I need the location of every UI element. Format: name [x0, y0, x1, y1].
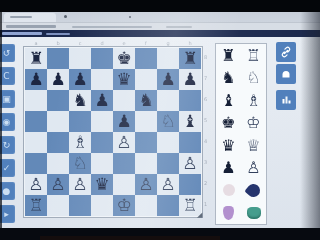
square-c2[interactable]: ♙	[69, 174, 91, 195]
link-button[interactable]	[276, 42, 296, 62]
square-a5[interactable]	[25, 111, 47, 132]
rank-label: 8	[204, 47, 207, 68]
square-g6[interactable]	[157, 90, 179, 111]
square-c6[interactable]: ♞	[69, 90, 91, 111]
screen-photo: ↺C▣◉↻✓●▸ abcdefgh 87654321 ♜♚♜♟♟♟♛♟♟♞♟♞♟…	[0, 0, 320, 240]
square-c7[interactable]: ♟	[69, 69, 91, 90]
palette-black-pawn[interactable]: ♟	[216, 157, 241, 180]
square-f5[interactable]	[135, 111, 157, 132]
square-d3[interactable]	[91, 153, 113, 174]
url-text-blur	[166, 26, 192, 28]
piece-black-bishop[interactable]: ♝	[182, 111, 197, 132]
square-e2[interactable]	[113, 174, 135, 195]
square-f6[interactable]: ♞	[135, 90, 157, 111]
square-g5[interactable]: ♘	[157, 111, 179, 132]
square-a3[interactable]	[25, 153, 47, 174]
square-c5[interactable]	[69, 111, 91, 132]
white-rook-icon: ♖	[246, 46, 260, 65]
white-bishop-icon: ♗	[246, 91, 260, 110]
square-h2[interactable]	[179, 174, 201, 195]
dot-button[interactable]: ●	[0, 182, 15, 200]
square-d5[interactable]	[91, 111, 113, 132]
black-pawn-icon: ♟	[221, 158, 235, 177]
dome-icon	[280, 65, 292, 84]
piece-black-rook[interactable]: ♜	[182, 48, 197, 69]
white-knight-icon: ♘	[246, 68, 260, 87]
stats-button[interactable]	[276, 90, 296, 110]
square-e6[interactable]	[113, 90, 135, 111]
square-a6[interactable]	[25, 90, 47, 111]
piece-black-queen[interactable]: ♛	[94, 174, 109, 195]
square-b2[interactable]: ♙	[47, 174, 69, 195]
square-b5[interactable]	[47, 111, 69, 132]
palette-tool-navy-droplet-blob[interactable]	[241, 179, 266, 202]
palette-black-rook[interactable]: ♜	[216, 44, 241, 67]
rank-label: 2	[204, 173, 207, 194]
square-a1[interactable]: ♖	[25, 195, 47, 216]
link-icon	[280, 43, 292, 62]
palette-white-bishop[interactable]: ♗	[241, 89, 266, 112]
piece-black-queen[interactable]: ♛	[116, 69, 131, 90]
square-b6[interactable]	[47, 90, 69, 111]
square-b4[interactable]	[47, 132, 69, 153]
tab-favicon-dot	[64, 15, 67, 18]
square-f7[interactable]	[135, 69, 157, 90]
piece-white-pawn[interactable]: ♙	[182, 153, 197, 174]
panel-button[interactable]: ▣	[0, 90, 15, 108]
board-rank-labels: 87654321	[204, 47, 207, 215]
square-g2[interactable]: ♙	[157, 174, 179, 195]
square-c8[interactable]	[69, 48, 91, 69]
black-rook-icon: ♜	[221, 46, 235, 65]
tab-title-blur	[10, 16, 32, 18]
piece-white-rook[interactable]: ♖	[182, 195, 197, 216]
square-e7[interactable]: ♛	[113, 69, 135, 90]
piece-white-pawn[interactable]: ♙	[72, 174, 87, 195]
palette-white-king[interactable]: ♔	[241, 112, 266, 135]
square-e4[interactable]: ♙	[113, 132, 135, 153]
piece-black-pawn[interactable]: ♟	[50, 69, 65, 90]
rank-label: 3	[204, 152, 207, 173]
square-d8[interactable]	[91, 48, 113, 69]
bezel-reflection	[40, 236, 220, 240]
square-f3[interactable]	[135, 153, 157, 174]
palette-white-queen[interactable]: ♕	[241, 134, 266, 157]
site-header-text-blur	[46, 33, 70, 35]
piece-black-knight[interactable]: ♞	[138, 90, 153, 111]
square-d4[interactable]	[91, 132, 113, 153]
check-button[interactable]: ✓	[0, 159, 15, 177]
piece-white-knight[interactable]: ♘	[160, 111, 175, 132]
black-bishop-icon: ♝	[221, 91, 235, 110]
piece-white-knight[interactable]: ♘	[72, 153, 87, 174]
piece-black-pawn[interactable]: ♟	[182, 69, 197, 90]
square-h6[interactable]	[179, 90, 201, 111]
square-d7[interactable]	[91, 69, 113, 90]
piece-white-pawn[interactable]: ♙	[160, 174, 175, 195]
rank-label: 4	[204, 131, 207, 152]
square-c3[interactable]: ♘	[69, 153, 91, 174]
square-f1[interactable]	[135, 195, 157, 216]
piece-black-pawn[interactable]: ♟	[28, 69, 43, 90]
dome-button[interactable]	[276, 64, 296, 84]
square-b7[interactable]: ♟	[47, 69, 69, 90]
piece-white-rook[interactable]: ♖	[28, 195, 43, 216]
tab-close-dot	[129, 16, 131, 18]
faint-pink-blob-icon	[223, 184, 235, 196]
piece-black-rook[interactable]: ♜	[28, 48, 43, 69]
more-button[interactable]: ▸	[0, 205, 15, 223]
palette-black-queen[interactable]: ♛	[216, 134, 241, 157]
square-c1[interactable]	[69, 195, 91, 216]
rank-label: 1	[204, 194, 207, 215]
url-text-blur	[6, 25, 56, 28]
square-h7[interactable]: ♟	[179, 69, 201, 90]
palette-black-knight[interactable]: ♞	[216, 67, 241, 90]
square-b8[interactable]	[47, 48, 69, 69]
piece-white-pawn[interactable]: ♙	[138, 174, 153, 195]
palette-tool-teal-gem-blob[interactable]	[241, 202, 266, 225]
square-a8[interactable]: ♜	[25, 48, 47, 69]
piece-white-king[interactable]: ♔	[116, 195, 131, 216]
square-e3[interactable]	[113, 153, 135, 174]
stats-icon	[280, 91, 292, 110]
square-e5[interactable]: ♟	[113, 111, 135, 132]
laptop-bezel-top	[0, 0, 320, 12]
palette-black-bishop[interactable]: ♝	[216, 89, 241, 112]
square-g1[interactable]	[157, 195, 179, 216]
palette-white-pawn[interactable]: ♙	[241, 157, 266, 180]
navy-droplet-blob-icon	[244, 181, 262, 199]
c-button[interactable]: C	[0, 67, 15, 85]
piece-black-king[interactable]: ♚	[116, 48, 131, 69]
square-b1[interactable]	[47, 195, 69, 216]
dark-circle-button[interactable]: ◉	[0, 113, 15, 131]
left-toolbar: ↺C▣◉↻✓●▸	[0, 44, 15, 223]
square-d2[interactable]: ♛	[91, 174, 113, 195]
square-e1[interactable]: ♔	[113, 195, 135, 216]
rank-label: 5	[204, 110, 207, 131]
piece-black-pawn[interactable]: ♟	[72, 69, 87, 90]
square-a4[interactable]	[25, 132, 47, 153]
square-e8[interactable]: ♚	[113, 48, 135, 69]
teal-gem-blob-icon	[247, 207, 261, 219]
square-f8[interactable]	[135, 48, 157, 69]
board-panel: ♜♚♜♟♟♟♛♟♟♞♟♞♟♘♝♗♙♘♙♙♙♙♛♙♙♖♔♖	[23, 46, 203, 218]
palette-tool-lavender-cone-blob[interactable]	[216, 202, 241, 225]
palette-tool-faint-pink-blob[interactable]	[216, 179, 241, 202]
rank-label: 7	[204, 68, 207, 89]
white-king-icon: ♔	[246, 113, 260, 132]
lavender-cone-blob-icon	[223, 206, 234, 220]
black-knight-icon: ♞	[221, 68, 235, 87]
square-d6[interactable]: ♟	[91, 90, 113, 111]
square-g7[interactable]: ♟	[157, 69, 179, 90]
photo-left-edge	[0, 12, 2, 228]
black-king-icon: ♚	[221, 113, 235, 132]
square-h3[interactable]: ♙	[179, 153, 201, 174]
white-queen-icon: ♕	[246, 136, 260, 155]
square-b3[interactable]	[47, 153, 69, 174]
right-toolbar	[276, 42, 296, 110]
square-a7[interactable]: ♟	[25, 69, 47, 90]
piece-palette: ♜♖♞♘♝♗♚♔♛♕♟♙	[215, 43, 267, 225]
square-f2[interactable]: ♙	[135, 174, 157, 195]
palette-white-knight[interactable]: ♘	[241, 67, 266, 90]
undo-button[interactable]: ↺	[0, 44, 15, 62]
square-d1[interactable]	[91, 195, 113, 216]
square-g4[interactable]	[157, 132, 179, 153]
square-f4[interactable]	[135, 132, 157, 153]
board-grid: ♜♚♜♟♟♟♛♟♟♞♟♞♟♘♝♗♙♘♙♙♙♙♛♙♙♖♔♖	[25, 48, 201, 216]
palette-black-king[interactable]: ♚	[216, 112, 241, 135]
piece-black-pawn[interactable]: ♟	[116, 111, 131, 132]
board-resize-handle[interactable]: ◢	[197, 211, 202, 219]
piece-black-pawn[interactable]: ♟	[94, 90, 109, 111]
square-h4[interactable]	[179, 132, 201, 153]
square-a2[interactable]: ♙	[25, 174, 47, 195]
palette-white-rook[interactable]: ♖	[241, 44, 266, 67]
piece-black-pawn[interactable]: ♟	[160, 69, 175, 90]
square-c4[interactable]: ♗	[69, 132, 91, 153]
site-header-text-blur	[2, 32, 42, 35]
piece-black-knight[interactable]: ♞	[72, 90, 87, 111]
square-h8[interactable]: ♜	[179, 48, 201, 69]
square-h5[interactable]: ♝	[179, 111, 201, 132]
piece-white-bishop[interactable]: ♗	[72, 132, 87, 153]
square-g3[interactable]	[157, 153, 179, 174]
piece-white-pawn[interactable]: ♙	[116, 132, 131, 153]
square-g8[interactable]	[157, 48, 179, 69]
piece-white-pawn[interactable]: ♙	[50, 174, 65, 195]
url-text-blur	[72, 26, 152, 28]
white-pawn-icon: ♙	[246, 158, 260, 177]
piece-white-pawn[interactable]: ♙	[28, 174, 43, 195]
rank-label: 6	[204, 89, 207, 110]
redo-button[interactable]: ↻	[0, 136, 15, 154]
black-queen-icon: ♛	[221, 136, 235, 155]
